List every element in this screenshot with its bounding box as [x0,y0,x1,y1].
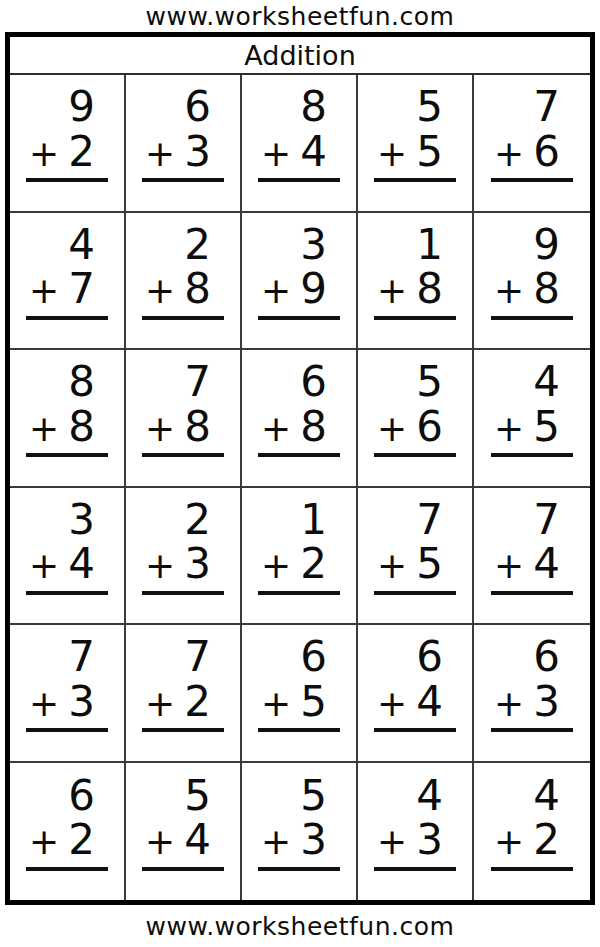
site-url-bottom: www.worksheetfun.com [0,905,600,947]
addend-row: + 2 [491,818,573,863]
addend-bottom: 7 [68,267,95,312]
addend-bottom: 8 [300,405,327,450]
problem-cell: 6 + 8 [242,350,358,488]
addition-problem: 2 + 8 [142,223,224,320]
addend-top: 8 [258,85,340,130]
addend-row: + 8 [258,405,340,450]
addend-top: 7 [491,498,573,543]
plus-sign: + [494,685,524,723]
worksheet-title: Addition [10,37,590,75]
problem-cell: 1 + 2 [242,488,358,626]
addition-problem: 6 + 4 [374,635,456,732]
addend-top: 5 [142,774,224,819]
addition-problem: 6 + 5 [258,635,340,732]
addend-bottom: 8 [184,267,211,312]
addend-bottom: 8 [68,405,95,450]
addend-bottom: 8 [533,267,560,312]
plus-sign: + [494,410,524,448]
addend-row: + 8 [142,405,224,450]
addend-bottom: 3 [533,680,560,725]
addend-top: 6 [374,635,456,680]
addition-problem: 8 + 8 [26,360,108,457]
problem-cell: 7 + 6 [474,75,590,213]
addition-problem: 3 + 4 [26,498,108,595]
plus-sign: + [377,823,407,861]
addend-top: 1 [258,498,340,543]
addend-bottom: 2 [300,542,327,587]
problem-cell: 9 + 8 [474,213,590,351]
addend-bottom: 5 [533,405,560,450]
plus-sign: + [261,547,291,585]
plus-sign: + [494,272,524,310]
plus-sign: + [29,135,59,173]
addend-top: 9 [491,223,573,268]
problem-cell: 8 + 8 [10,350,126,488]
plus-sign: + [29,272,59,310]
addend-bottom: 3 [184,542,211,587]
problem-cell: 4 + 2 [474,763,590,901]
addend-top: 3 [258,223,340,268]
worksheet-page: www.worksheetfun.com Addition 9 + 2 6 + … [0,0,600,947]
problem-cell: 8 + 4 [242,75,358,213]
plus-sign: + [29,823,59,861]
addend-top: 1 [374,223,456,268]
plus-sign: + [29,547,59,585]
addend-row: + 3 [26,680,108,725]
addition-problem: 4 + 7 [26,223,108,320]
addend-bottom: 5 [300,680,327,725]
site-url-top: www.worksheetfun.com [0,0,600,32]
addend-row: + 5 [491,405,573,450]
plus-sign: + [377,272,407,310]
addition-problem: 6 + 8 [258,360,340,457]
problem-cell: 7 + 2 [126,625,242,763]
addend-top: 6 [142,85,224,130]
addend-bottom: 2 [68,818,95,863]
problem-cell: 6 + 5 [242,625,358,763]
addition-problem: 1 + 2 [258,498,340,595]
addend-top: 5 [258,774,340,819]
addition-problem: 2 + 3 [142,498,224,595]
addend-row: + 3 [258,818,340,863]
problem-cell: 5 + 6 [358,350,474,488]
addition-problem: 6 + 2 [26,774,108,871]
addend-bottom: 3 [68,680,95,725]
addend-top: 6 [491,635,573,680]
problem-cell: 2 + 3 [126,488,242,626]
addition-problem: 6 + 3 [491,635,573,732]
addend-bottom: 4 [416,680,443,725]
addend-row: + 4 [142,818,224,863]
addend-top: 7 [142,360,224,405]
addend-top: 2 [142,498,224,543]
addend-row: + 2 [26,818,108,863]
addition-problem: 9 + 8 [491,223,573,320]
plus-sign: + [261,685,291,723]
addend-top: 9 [26,85,108,130]
addend-bottom: 9 [300,267,327,312]
plus-sign: + [494,547,524,585]
problem-cell: 5 + 3 [242,763,358,901]
problem-cell: 5 + 4 [126,763,242,901]
addend-row: + 8 [491,267,573,312]
plus-sign: + [261,823,291,861]
addend-bottom: 3 [416,818,443,863]
addition-problem: 8 + 4 [258,85,340,182]
addend-row: + 9 [258,267,340,312]
addend-bottom: 8 [184,405,211,450]
addend-row: + 3 [142,130,224,175]
addend-bottom: 5 [416,130,443,175]
addend-row: + 6 [491,130,573,175]
addend-row: + 6 [374,405,456,450]
addition-problem: 7 + 2 [142,635,224,732]
addition-problem: 9 + 2 [26,85,108,182]
addition-problem: 5 + 3 [258,774,340,871]
plus-sign: + [145,823,175,861]
problem-cell: 4 + 7 [10,213,126,351]
plus-sign: + [377,135,407,173]
plus-sign: + [261,135,291,173]
addend-top: 2 [142,223,224,268]
addend-top: 6 [26,774,108,819]
addition-problem: 7 + 8 [142,360,224,457]
addend-bottom: 5 [416,542,443,587]
problem-cell: 3 + 9 [242,213,358,351]
plus-sign: + [145,547,175,585]
addend-row: + 5 [258,680,340,725]
plus-sign: + [145,135,175,173]
addend-row: + 2 [142,680,224,725]
addend-bottom: 4 [184,818,211,863]
addend-row: + 4 [26,542,108,587]
addend-row: + 4 [374,680,456,725]
addition-problem: 4 + 2 [491,774,573,871]
plus-sign: + [29,685,59,723]
problems-grid: 9 + 2 6 + 3 8 + 4 5 + [10,75,590,900]
addition-problem: 1 + 8 [374,223,456,320]
addition-problem: 4 + 5 [491,360,573,457]
problem-cell: 4 + 5 [474,350,590,488]
problem-cell: 6 + 2 [10,763,126,901]
addition-problem: 4 + 3 [374,774,456,871]
plus-sign: + [145,272,175,310]
addend-row: + 8 [26,405,108,450]
addition-problem: 5 + 5 [374,85,456,182]
plus-sign: + [145,685,175,723]
plus-sign: + [377,410,407,448]
addend-row: + 3 [374,818,456,863]
problem-cell: 1 + 8 [358,213,474,351]
addend-bottom: 4 [533,542,560,587]
addend-bottom: 6 [533,130,560,175]
addend-bottom: 3 [300,818,327,863]
addend-top: 6 [258,635,340,680]
addend-top: 4 [491,360,573,405]
problem-cell: 6 + 4 [358,625,474,763]
addend-bottom: 2 [68,130,95,175]
addition-problem: 5 + 6 [374,360,456,457]
addition-problem: 7 + 6 [491,85,573,182]
problem-cell: 5 + 5 [358,75,474,213]
addend-top: 3 [26,498,108,543]
addend-row: + 4 [491,542,573,587]
addition-problem: 7 + 3 [26,635,108,732]
addend-top: 8 [26,360,108,405]
addend-bottom: 4 [68,542,95,587]
plus-sign: + [29,410,59,448]
addend-row: + 2 [258,542,340,587]
addition-problem: 7 + 4 [491,498,573,595]
plus-sign: + [494,823,524,861]
problem-cell: 7 + 4 [474,488,590,626]
plus-sign: + [377,685,407,723]
addend-bottom: 3 [184,130,211,175]
plus-sign: + [261,410,291,448]
addend-row: + 8 [374,267,456,312]
addition-problem: 7 + 5 [374,498,456,595]
problem-cell: 7 + 8 [126,350,242,488]
addend-top: 7 [491,85,573,130]
addend-row: + 5 [374,130,456,175]
addend-top: 7 [374,498,456,543]
addend-bottom: 2 [533,818,560,863]
problem-cell: 3 + 4 [10,488,126,626]
addend-top: 4 [374,774,456,819]
problem-cell: 2 + 8 [126,213,242,351]
addend-row: + 3 [142,542,224,587]
plus-sign: + [494,135,524,173]
problem-cell: 7 + 3 [10,625,126,763]
addend-row: + 8 [142,267,224,312]
problem-cell: 4 + 3 [358,763,474,901]
problem-cell: 7 + 5 [358,488,474,626]
addend-bottom: 8 [416,267,443,312]
addend-bottom: 2 [184,680,211,725]
addition-problem: 5 + 4 [142,774,224,871]
problem-cell: 6 + 3 [474,625,590,763]
addend-row: + 7 [26,267,108,312]
addition-problem: 6 + 3 [142,85,224,182]
problem-cell: 9 + 2 [10,75,126,213]
addend-top: 7 [26,635,108,680]
addend-bottom: 6 [416,405,443,450]
plus-sign: + [377,547,407,585]
addend-row: + 5 [374,542,456,587]
addend-row: + 4 [258,130,340,175]
addend-top: 4 [491,774,573,819]
addend-top: 6 [258,360,340,405]
plus-sign: + [145,410,175,448]
problem-cell: 6 + 3 [126,75,242,213]
addend-top: 5 [374,85,456,130]
worksheet-table: Addition 9 + 2 6 + 3 8 + 4 [5,32,595,905]
addend-row: + 2 [26,130,108,175]
addend-top: 4 [26,223,108,268]
addend-top: 5 [374,360,456,405]
plus-sign: + [261,272,291,310]
addition-problem: 3 + 9 [258,223,340,320]
addend-top: 7 [142,635,224,680]
addend-bottom: 4 [300,130,327,175]
addend-row: + 3 [491,680,573,725]
